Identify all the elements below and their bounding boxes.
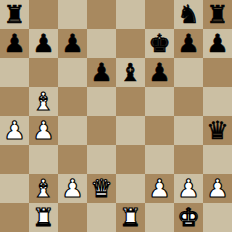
- square-d5[interactable]: [87, 87, 116, 116]
- square-c2[interactable]: ♟: [58, 174, 87, 203]
- square-d1[interactable]: [87, 203, 116, 232]
- square-e2[interactable]: [116, 174, 145, 203]
- square-f3[interactable]: [145, 145, 174, 174]
- square-b2[interactable]: ♝: [29, 174, 58, 203]
- square-a4[interactable]: ♟: [0, 116, 29, 145]
- square-e3[interactable]: [116, 145, 145, 174]
- square-g6[interactable]: [174, 58, 203, 87]
- piece-white-bishop: ♝: [32, 87, 54, 116]
- piece-black-pawn: ♟: [148, 58, 170, 87]
- square-c7[interactable]: ♟: [58, 29, 87, 58]
- square-f7[interactable]: ♚: [145, 29, 174, 58]
- piece-white-pawn: ♟: [177, 174, 199, 203]
- square-a7[interactable]: ♟: [0, 29, 29, 58]
- piece-black-bishop: ♝: [119, 58, 141, 87]
- square-e4[interactable]: [116, 116, 145, 145]
- piece-white-queen: ♛: [90, 174, 112, 203]
- square-a2[interactable]: [0, 174, 29, 203]
- square-c8[interactable]: [58, 0, 87, 29]
- square-c6[interactable]: [58, 58, 87, 87]
- square-e7[interactable]: [116, 29, 145, 58]
- square-g4[interactable]: [174, 116, 203, 145]
- piece-black-pawn: ♟: [61, 29, 83, 58]
- piece-white-pawn: ♟: [148, 174, 170, 203]
- piece-white-rook: ♜: [32, 203, 54, 232]
- square-f1[interactable]: [145, 203, 174, 232]
- piece-white-rook: ♜: [119, 203, 141, 232]
- square-g3[interactable]: [174, 145, 203, 174]
- square-d7[interactable]: [87, 29, 116, 58]
- square-h2[interactable]: ♟: [203, 174, 232, 203]
- piece-black-pawn: ♟: [90, 58, 112, 87]
- square-f5[interactable]: [145, 87, 174, 116]
- square-b6[interactable]: [29, 58, 58, 87]
- square-a1[interactable]: [0, 203, 29, 232]
- square-b4[interactable]: ♟: [29, 116, 58, 145]
- square-d2[interactable]: ♛: [87, 174, 116, 203]
- square-b7[interactable]: ♟: [29, 29, 58, 58]
- square-h4[interactable]: ♛: [203, 116, 232, 145]
- square-c3[interactable]: [58, 145, 87, 174]
- square-d8[interactable]: [87, 0, 116, 29]
- piece-black-king: ♚: [148, 29, 170, 58]
- square-e6[interactable]: ♝: [116, 58, 145, 87]
- square-b8[interactable]: [29, 0, 58, 29]
- square-f2[interactable]: ♟: [145, 174, 174, 203]
- square-g7[interactable]: ♟: [174, 29, 203, 58]
- piece-black-pawn: ♟: [206, 29, 228, 58]
- square-c4[interactable]: [58, 116, 87, 145]
- square-e8[interactable]: [116, 0, 145, 29]
- square-a3[interactable]: [0, 145, 29, 174]
- square-g2[interactable]: ♟: [174, 174, 203, 203]
- square-h6[interactable]: [203, 58, 232, 87]
- square-e5[interactable]: [116, 87, 145, 116]
- square-c1[interactable]: [58, 203, 87, 232]
- square-d4[interactable]: [87, 116, 116, 145]
- chess-board: ♜♞♜♟♟♟♚♟♟♟♝♟♝♟♟♛♝♟♛♟♟♟♜♜♚: [0, 0, 232, 232]
- square-f6[interactable]: ♟: [145, 58, 174, 87]
- piece-black-pawn: ♟: [177, 29, 199, 58]
- square-h8[interactable]: ♜: [203, 0, 232, 29]
- square-h3[interactable]: [203, 145, 232, 174]
- piece-black-queen: ♛: [206, 116, 228, 145]
- piece-white-pawn: ♟: [32, 116, 54, 145]
- square-g5[interactable]: [174, 87, 203, 116]
- square-h5[interactable]: [203, 87, 232, 116]
- square-d6[interactable]: ♟: [87, 58, 116, 87]
- square-a6[interactable]: [0, 58, 29, 87]
- piece-white-pawn: ♟: [3, 116, 25, 145]
- piece-white-pawn: ♟: [206, 174, 228, 203]
- square-g1[interactable]: ♚: [174, 203, 203, 232]
- square-c5[interactable]: [58, 87, 87, 116]
- piece-black-pawn: ♟: [3, 29, 25, 58]
- square-d3[interactable]: [87, 145, 116, 174]
- square-f8[interactable]: [145, 0, 174, 29]
- piece-white-bishop: ♝: [32, 174, 54, 203]
- piece-black-rook: ♜: [3, 0, 25, 29]
- piece-black-rook: ♜: [206, 0, 228, 29]
- square-g8[interactable]: ♞: [174, 0, 203, 29]
- square-b5[interactable]: ♝: [29, 87, 58, 116]
- square-h1[interactable]: [203, 203, 232, 232]
- square-a5[interactable]: [0, 87, 29, 116]
- square-b3[interactable]: [29, 145, 58, 174]
- square-f4[interactable]: [145, 116, 174, 145]
- piece-black-pawn: ♟: [32, 29, 54, 58]
- piece-white-pawn: ♟: [61, 174, 83, 203]
- square-b1[interactable]: ♜: [29, 203, 58, 232]
- square-a8[interactable]: ♜: [0, 0, 29, 29]
- square-h7[interactable]: ♟: [203, 29, 232, 58]
- piece-white-king: ♚: [177, 203, 199, 232]
- piece-black-knight: ♞: [177, 0, 199, 29]
- square-e1[interactable]: ♜: [116, 203, 145, 232]
